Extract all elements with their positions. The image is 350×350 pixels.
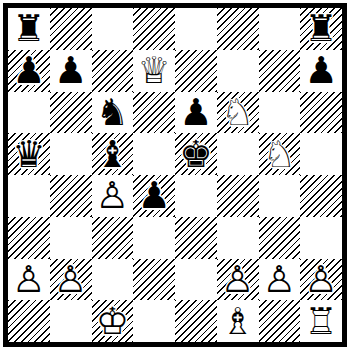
white-pawn[interactable]: ♟♙ [300,259,342,301]
piece-glyph: ♝ [92,133,134,175]
square-f7[interactable] [217,50,259,92]
black-pawn[interactable]: ♟♟ [300,50,342,92]
piece-glyph: ♗ [217,300,259,342]
black-rook[interactable]: ♜♜ [300,8,342,50]
square-c1[interactable]: ♚♔ [92,300,134,342]
square-b5[interactable] [50,133,92,175]
square-f8[interactable] [217,8,259,50]
square-d7[interactable]: ♛♕ [133,50,175,92]
black-king[interactable]: ♚♚ [175,133,217,175]
square-a8[interactable]: ♜♜ [8,8,50,50]
white-pawn[interactable]: ♟♙ [50,259,92,301]
piece-glyph: ♟ [50,50,92,92]
square-h8[interactable]: ♜♜ [300,8,342,50]
square-h6[interactable] [300,92,342,134]
black-pawn[interactable]: ♟♟ [175,92,217,134]
square-c6[interactable]: ♞♞ [92,92,134,134]
square-g7[interactable] [259,50,301,92]
piece-glyph: ♜ [8,8,50,50]
square-h2[interactable]: ♟♙ [300,259,342,301]
square-g6[interactable] [259,92,301,134]
square-e4[interactable] [175,175,217,217]
piece-glyph: ♙ [8,259,50,301]
square-d5[interactable] [133,133,175,175]
white-pawn[interactable]: ♟♙ [8,259,50,301]
square-f6[interactable]: ♞♘ [217,92,259,134]
piece-glyph: ♘ [259,133,301,175]
black-rook[interactable]: ♜♜ [8,8,50,50]
piece-glyph: ♔ [92,300,134,342]
white-bishop[interactable]: ♝♗ [217,300,259,342]
square-b2[interactable]: ♟♙ [50,259,92,301]
square-b6[interactable] [50,92,92,134]
piece-glyph: ♖ [300,300,342,342]
white-queen[interactable]: ♛♕ [133,50,175,92]
square-c4[interactable]: ♟♙ [92,175,134,217]
square-f1[interactable]: ♝♗ [217,300,259,342]
white-knight[interactable]: ♞♘ [217,92,259,134]
square-g4[interactable] [259,175,301,217]
square-f5[interactable] [217,133,259,175]
white-knight[interactable]: ♞♘ [259,133,301,175]
square-g5[interactable]: ♞♘ [259,133,301,175]
square-f2[interactable]: ♟♙ [217,259,259,301]
piece-glyph: ♙ [259,259,301,301]
white-king[interactable]: ♚♔ [92,300,134,342]
black-pawn[interactable]: ♟♟ [8,50,50,92]
square-c2[interactable] [92,259,134,301]
piece-glyph: ♚ [175,133,217,175]
square-b1[interactable] [50,300,92,342]
square-d2[interactable] [133,259,175,301]
piece-glyph: ♟ [8,50,50,92]
white-pawn[interactable]: ♟♙ [259,259,301,301]
piece-glyph: ♞ [92,92,134,134]
square-e2[interactable] [175,259,217,301]
square-h5[interactable] [300,133,342,175]
square-e6[interactable]: ♟♟ [175,92,217,134]
square-f3[interactable] [217,217,259,259]
piece-glyph: ♕ [133,50,175,92]
square-f4[interactable] [217,175,259,217]
piece-glyph: ♙ [300,259,342,301]
square-a6[interactable] [8,92,50,134]
black-pawn[interactable]: ♟♟ [133,175,175,217]
piece-glyph: ♟ [133,175,175,217]
square-b4[interactable] [50,175,92,217]
square-g1[interactable] [259,300,301,342]
piece-glyph: ♜ [300,8,342,50]
square-d3[interactable] [133,217,175,259]
black-knight[interactable]: ♞♞ [92,92,134,134]
square-g3[interactable] [259,217,301,259]
square-g2[interactable]: ♟♙ [259,259,301,301]
black-pawn[interactable]: ♟♟ [50,50,92,92]
square-c8[interactable] [92,8,134,50]
square-d6[interactable] [133,92,175,134]
piece-glyph: ♘ [217,92,259,134]
square-a3[interactable] [8,217,50,259]
chess-board: ♜♜♜♜♟♟♟♟♛♕♟♟♞♞♟♟♞♘♛♛♝♝♚♚♞♘♟♙♟♟♟♙♟♙♟♙♟♙♟♙… [3,3,347,347]
square-b7[interactable]: ♟♟ [50,50,92,92]
square-c5[interactable]: ♝♝ [92,133,134,175]
square-d1[interactable] [133,300,175,342]
square-d4[interactable]: ♟♟ [133,175,175,217]
piece-glyph: ♙ [217,259,259,301]
piece-glyph: ♛ [8,133,50,175]
square-e3[interactable] [175,217,217,259]
white-pawn[interactable]: ♟♙ [217,259,259,301]
chess-diagram: ♜♜♜♜♟♟♟♟♛♕♟♟♞♞♟♟♞♘♛♛♝♝♚♚♞♘♟♙♟♟♟♙♟♙♟♙♟♙♟♙… [0,0,350,350]
square-e8[interactable] [175,8,217,50]
square-c3[interactable] [92,217,134,259]
black-queen[interactable]: ♛♛ [8,133,50,175]
piece-glyph: ♙ [92,175,134,217]
square-h4[interactable] [300,175,342,217]
square-g8[interactable] [259,8,301,50]
white-rook[interactable]: ♜♖ [300,300,342,342]
square-h7[interactable]: ♟♟ [300,50,342,92]
square-h3[interactable] [300,217,342,259]
piece-glyph: ♙ [50,259,92,301]
square-h1[interactable]: ♜♖ [300,300,342,342]
square-a1[interactable] [8,300,50,342]
piece-glyph: ♟ [175,92,217,134]
square-a7[interactable]: ♟♟ [8,50,50,92]
square-b8[interactable] [50,8,92,50]
square-a2[interactable]: ♟♙ [8,259,50,301]
square-a4[interactable] [8,175,50,217]
black-bishop[interactable]: ♝♝ [92,133,134,175]
square-e5[interactable]: ♚♚ [175,133,217,175]
square-c7[interactable] [92,50,134,92]
square-a5[interactable]: ♛♛ [8,133,50,175]
white-pawn[interactable]: ♟♙ [92,175,134,217]
square-e1[interactable] [175,300,217,342]
square-e7[interactable] [175,50,217,92]
square-b3[interactable] [50,217,92,259]
square-d8[interactable] [133,8,175,50]
piece-glyph: ♟ [300,50,342,92]
